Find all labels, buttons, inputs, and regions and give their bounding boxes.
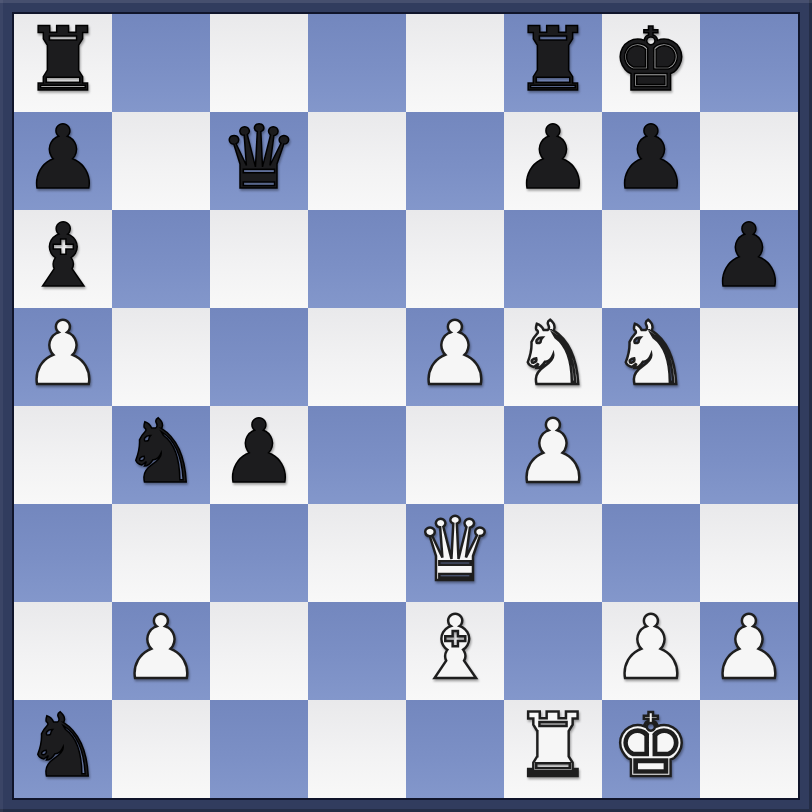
square-h8[interactable]	[700, 14, 798, 112]
square-e2[interactable]: ♝	[406, 602, 504, 700]
square-d8[interactable]	[308, 14, 406, 112]
board-frame: ♜♜♚♟♛♟♟♝♟♟♟♞♞♞♟♟♛♟♝♟♟♞♜♚	[0, 0, 812, 812]
piece-white-pawn[interactable]: ♟	[514, 406, 593, 501]
square-d1[interactable]	[308, 700, 406, 798]
square-h5[interactable]	[700, 308, 798, 406]
square-e3[interactable]: ♛	[406, 504, 504, 602]
chess-board: ♜♜♚♟♛♟♟♝♟♟♟♞♞♞♟♟♛♟♝♟♟♞♜♚	[14, 14, 798, 798]
square-a8[interactable]: ♜	[14, 14, 112, 112]
square-g4[interactable]	[602, 406, 700, 504]
piece-black-rook[interactable]: ♜	[24, 14, 103, 109]
square-e5[interactable]: ♟	[406, 308, 504, 406]
piece-white-pawn[interactable]: ♟	[416, 308, 495, 403]
square-h4[interactable]	[700, 406, 798, 504]
square-b3[interactable]	[112, 504, 210, 602]
square-d4[interactable]	[308, 406, 406, 504]
square-f8[interactable]: ♜	[504, 14, 602, 112]
square-h6[interactable]: ♟	[700, 210, 798, 308]
square-c4[interactable]: ♟	[210, 406, 308, 504]
square-c3[interactable]	[210, 504, 308, 602]
square-f3[interactable]	[504, 504, 602, 602]
piece-white-knight[interactable]: ♞	[612, 308, 691, 403]
square-a5[interactable]: ♟	[14, 308, 112, 406]
square-c6[interactable]	[210, 210, 308, 308]
square-b8[interactable]	[112, 14, 210, 112]
square-f4[interactable]: ♟	[504, 406, 602, 504]
square-e7[interactable]	[406, 112, 504, 210]
square-g3[interactable]	[602, 504, 700, 602]
piece-black-king[interactable]: ♚	[612, 14, 691, 109]
piece-black-pawn[interactable]: ♟	[220, 406, 299, 501]
piece-black-rook[interactable]: ♜	[514, 14, 593, 109]
piece-black-pawn[interactable]: ♟	[514, 112, 593, 207]
piece-white-pawn[interactable]: ♟	[24, 308, 103, 403]
piece-white-rook[interactable]: ♜	[514, 700, 593, 795]
square-f7[interactable]: ♟	[504, 112, 602, 210]
square-b2[interactable]: ♟	[112, 602, 210, 700]
piece-white-bishop[interactable]: ♝	[416, 602, 495, 697]
square-f1[interactable]: ♜	[504, 700, 602, 798]
square-a4[interactable]	[14, 406, 112, 504]
square-c1[interactable]	[210, 700, 308, 798]
piece-black-pawn[interactable]: ♟	[710, 210, 789, 305]
square-b1[interactable]	[112, 700, 210, 798]
square-a6[interactable]: ♝	[14, 210, 112, 308]
square-d3[interactable]	[308, 504, 406, 602]
square-g1[interactable]: ♚	[602, 700, 700, 798]
square-a1[interactable]: ♞	[14, 700, 112, 798]
square-d2[interactable]	[308, 602, 406, 700]
square-g8[interactable]: ♚	[602, 14, 700, 112]
square-e4[interactable]	[406, 406, 504, 504]
piece-white-pawn[interactable]: ♟	[710, 602, 789, 697]
square-b7[interactable]	[112, 112, 210, 210]
square-a3[interactable]	[14, 504, 112, 602]
square-b4[interactable]: ♞	[112, 406, 210, 504]
piece-black-bishop[interactable]: ♝	[24, 210, 103, 305]
piece-white-knight[interactable]: ♞	[514, 308, 593, 403]
square-c8[interactable]	[210, 14, 308, 112]
square-c5[interactable]	[210, 308, 308, 406]
piece-white-pawn[interactable]: ♟	[612, 602, 691, 697]
square-b6[interactable]	[112, 210, 210, 308]
square-h2[interactable]: ♟	[700, 602, 798, 700]
square-g5[interactable]: ♞	[602, 308, 700, 406]
square-c7[interactable]: ♛	[210, 112, 308, 210]
piece-black-queen[interactable]: ♛	[220, 112, 299, 207]
square-f2[interactable]	[504, 602, 602, 700]
piece-black-knight[interactable]: ♞	[122, 406, 201, 501]
square-g6[interactable]	[602, 210, 700, 308]
square-f5[interactable]: ♞	[504, 308, 602, 406]
square-g2[interactable]: ♟	[602, 602, 700, 700]
square-b5[interactable]	[112, 308, 210, 406]
square-c2[interactable]	[210, 602, 308, 700]
square-d5[interactable]	[308, 308, 406, 406]
square-h1[interactable]	[700, 700, 798, 798]
piece-black-pawn[interactable]: ♟	[24, 112, 103, 207]
square-d7[interactable]	[308, 112, 406, 210]
piece-black-knight[interactable]: ♞	[24, 700, 103, 795]
square-a7[interactable]: ♟	[14, 112, 112, 210]
square-g7[interactable]: ♟	[602, 112, 700, 210]
piece-white-queen[interactable]: ♛	[416, 504, 495, 599]
square-h7[interactable]	[700, 112, 798, 210]
square-f6[interactable]	[504, 210, 602, 308]
square-d6[interactable]	[308, 210, 406, 308]
piece-white-pawn[interactable]: ♟	[122, 602, 201, 697]
piece-black-pawn[interactable]: ♟	[612, 112, 691, 207]
square-h3[interactable]	[700, 504, 798, 602]
piece-white-king[interactable]: ♚	[612, 700, 691, 795]
square-e6[interactable]	[406, 210, 504, 308]
square-e1[interactable]	[406, 700, 504, 798]
square-e8[interactable]	[406, 14, 504, 112]
square-a2[interactable]	[14, 602, 112, 700]
